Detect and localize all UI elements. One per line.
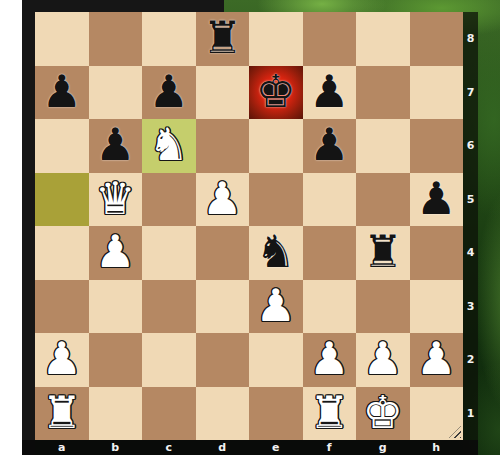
square-d6[interactable] [196,119,250,173]
square-b1[interactable] [89,387,143,441]
square-a5[interactable] [35,173,89,227]
white-pawn[interactable]: ♟ [95,229,135,274]
black-rook[interactable]: ♜ [202,15,242,60]
square-f4[interactable] [303,226,357,280]
square-f8[interactable] [303,12,357,66]
file-label-e: e [249,440,303,455]
square-d2[interactable] [196,333,250,387]
square-f2[interactable]: ♟ [303,333,357,387]
square-e7[interactable]: ♚ [249,66,303,120]
square-c1[interactable] [142,387,196,441]
square-h4[interactable] [410,226,464,280]
file-coordinates: abcdefgh [22,440,478,455]
square-a8[interactable] [35,12,89,66]
square-b6[interactable]: ♟ [89,119,143,173]
square-a1[interactable]: ♜ [35,387,89,441]
square-b8[interactable] [89,12,143,66]
square-f7[interactable]: ♟ [303,66,357,120]
square-g4[interactable]: ♜ [356,226,410,280]
black-pawn[interactable]: ♟ [42,69,82,114]
square-a7[interactable]: ♟ [35,66,89,120]
rank-label-1: 1 [463,387,478,441]
file-label-b: b [89,440,143,455]
file-label-g: g [356,440,410,455]
square-a2[interactable]: ♟ [35,333,89,387]
square-b3[interactable] [89,280,143,334]
square-d3[interactable] [196,280,250,334]
square-f6[interactable]: ♟ [303,119,357,173]
white-pawn[interactable]: ♟ [256,283,296,328]
board-frame-top [22,0,224,12]
square-f3[interactable] [303,280,357,334]
file-label-f: f [303,440,357,455]
file-label-c: c [142,440,196,455]
square-c4[interactable] [142,226,196,280]
black-pawn[interactable]: ♟ [149,69,189,114]
white-pawn[interactable]: ♟ [363,336,403,381]
square-g5[interactable] [356,173,410,227]
rank-label-4: 4 [463,226,478,280]
white-pawn[interactable]: ♟ [202,176,242,221]
square-a4[interactable] [35,226,89,280]
square-b2[interactable] [89,333,143,387]
square-c5[interactable] [142,173,196,227]
square-e1[interactable] [249,387,303,441]
black-pawn[interactable]: ♟ [309,122,349,167]
square-e4[interactable]: ♞ [249,226,303,280]
square-c7[interactable]: ♟ [142,66,196,120]
square-h6[interactable] [410,119,464,173]
white-pawn[interactable]: ♟ [42,336,82,381]
square-d4[interactable] [196,226,250,280]
square-g7[interactable] [356,66,410,120]
square-g8[interactable] [356,12,410,66]
chess-board: ♜♟♟♚♟♟♞♟♛♟♟♟♞♜♟♟♟♟♟♜♜♚ [35,12,463,440]
square-b5[interactable]: ♛ [89,173,143,227]
black-king[interactable]: ♚ [256,69,296,114]
white-knight[interactable]: ♞ [149,122,189,167]
square-e8[interactable] [249,12,303,66]
rank-label-2: 2 [463,333,478,387]
square-b7[interactable] [89,66,143,120]
board-frame-left [22,0,35,455]
white-queen[interactable]: ♛ [95,176,135,221]
rank-label-6: 6 [463,119,478,173]
square-h8[interactable] [410,12,464,66]
file-label-d: d [196,440,250,455]
black-pawn[interactable]: ♟ [95,122,135,167]
square-a3[interactable] [35,280,89,334]
rank-label-8: 8 [463,12,478,66]
square-f1[interactable]: ♜ [303,387,357,441]
square-h3[interactable] [410,280,464,334]
white-rook[interactable]: ♜ [309,390,349,435]
square-h7[interactable] [410,66,464,120]
rank-coordinates: 87654321 [463,12,478,440]
rank-label-5: 5 [463,173,478,227]
white-rook[interactable]: ♜ [42,390,82,435]
square-h5[interactable]: ♟ [410,173,464,227]
square-g1[interactable]: ♚ [356,387,410,441]
square-g2[interactable]: ♟ [356,333,410,387]
square-d1[interactable] [196,387,250,441]
square-g6[interactable] [356,119,410,173]
file-label-a: a [35,440,89,455]
square-c2[interactable] [142,333,196,387]
square-c3[interactable] [142,280,196,334]
black-knight[interactable]: ♞ [256,229,296,274]
square-e2[interactable] [249,333,303,387]
square-c6[interactable]: ♞ [142,119,196,173]
white-pawn[interactable]: ♟ [416,336,456,381]
square-f5[interactable] [303,173,357,227]
square-h2[interactable]: ♟ [410,333,464,387]
square-d8[interactable]: ♜ [196,12,250,66]
square-d7[interactable] [196,66,250,120]
black-rook[interactable]: ♜ [363,229,403,274]
square-c8[interactable] [142,12,196,66]
rank-label-7: 7 [463,66,478,120]
square-d5[interactable]: ♟ [196,173,250,227]
square-a6[interactable] [35,119,89,173]
square-e6[interactable] [249,119,303,173]
black-pawn[interactable]: ♟ [309,69,349,114]
black-pawn[interactable]: ♟ [416,176,456,221]
square-g3[interactable] [356,280,410,334]
white-king[interactable]: ♚ [363,390,403,435]
white-pawn[interactable]: ♟ [309,336,349,381]
square-e3[interactable]: ♟ [249,280,303,334]
rank-label-3: 3 [463,280,478,334]
square-b4[interactable]: ♟ [89,226,143,280]
file-label-h: h [410,440,464,455]
square-h1[interactable] [410,387,464,441]
square-e5[interactable] [249,173,303,227]
